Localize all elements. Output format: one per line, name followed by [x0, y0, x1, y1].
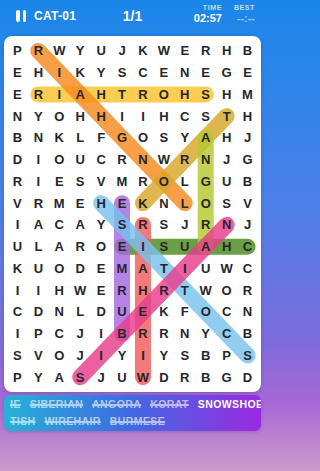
grid-cell-r11c12[interactable]: C	[237, 258, 258, 280]
grid-cell-r15c6[interactable]: Y	[112, 345, 133, 367]
grid-cell-r2c4[interactable]: K	[70, 62, 91, 84]
grid-cell-r2c5[interactable]: Y	[91, 62, 112, 84]
grid-cell-r16c2[interactable]: Y	[28, 366, 49, 388]
grid-cell-r13c2[interactable]: D	[28, 301, 49, 323]
grid-cell-r5c7[interactable]: O	[132, 127, 153, 149]
grid-cell-r12c4[interactable]: W	[70, 279, 91, 301]
grid-cell-r10c7[interactable]: I	[132, 236, 153, 258]
grid-cell-r14c12[interactable]: B	[237, 323, 258, 345]
grid-cell-r13c9[interactable]: F	[174, 301, 195, 323]
grid-cell-r2c7[interactable]: C	[132, 62, 153, 84]
grid-cell-r3c11[interactable]: H	[216, 84, 237, 106]
grid-cell-r6c5[interactable]: C	[91, 149, 112, 171]
grid-cell-r7c11[interactable]: U	[216, 171, 237, 193]
grid-cell-r10c3[interactable]: A	[49, 236, 70, 258]
grid-cell-r7c5[interactable]: V	[91, 171, 112, 193]
grid-cell-r4c12[interactable]: H	[237, 105, 258, 127]
grid-cell-r10c6[interactable]: E	[112, 236, 133, 258]
word-item-angora: ANGORA	[92, 398, 141, 410]
grid-cell-r5c12[interactable]: J	[237, 127, 258, 149]
time-label: TIME	[194, 4, 222, 11]
grid-cell-r7c6[interactable]: M	[112, 171, 133, 193]
grid-cell-r5c10[interactable]: A	[195, 127, 216, 149]
grid-cell-r5c6[interactable]: G	[112, 127, 133, 149]
grid-cell-r8c6[interactable]: E	[112, 192, 133, 214]
grid-cell-r10c11[interactable]: H	[216, 236, 237, 258]
word-item-wirehair: WIREHAIR	[45, 415, 101, 427]
grid-cell-r2c1[interactable]: E	[7, 62, 28, 84]
grid-cell-r4c11[interactable]: T	[216, 105, 237, 127]
grid-cell-r6c10[interactable]: N	[195, 149, 216, 171]
grid-cell-r8c11[interactable]: S	[216, 192, 237, 214]
grid-cell-r9c7[interactable]: R	[132, 214, 153, 236]
grid-cell-r8c3[interactable]: M	[49, 192, 70, 214]
grid-cell-r4c7[interactable]: I	[132, 105, 153, 127]
grid-cell-r12c3[interactable]: H	[49, 279, 70, 301]
grid-cell-r9c2[interactable]: A	[28, 214, 49, 236]
grid-cell-r10c1[interactable]: U	[7, 236, 28, 258]
grid-cell-r14c10[interactable]: Y	[195, 323, 216, 345]
word-item-korat: KORAT	[150, 398, 189, 410]
grid-cell-r14c1[interactable]: I	[7, 323, 28, 345]
grid-cell-r13c4[interactable]: L	[70, 301, 91, 323]
word-search-board: PRWYUJKWERHBEHIKYSCENEGEERIAHTROHSHMNYOH…	[4, 36, 261, 392]
grid-cell-r15c10[interactable]: B	[195, 345, 216, 367]
grid-cell-r3c3[interactable]: I	[49, 84, 70, 106]
grid-cell-r2c6[interactable]: S	[112, 62, 133, 84]
grid-cell-r15c8[interactable]: Y	[153, 345, 174, 367]
best-label: BEST	[234, 4, 255, 11]
grid-cell-r4c1[interactable]: N	[7, 105, 28, 127]
grid-cell-r3c6[interactable]: T	[112, 84, 133, 106]
grid-cell-r8c12[interactable]: V	[237, 192, 258, 214]
grid-cell-r7c7[interactable]: R	[132, 171, 153, 193]
grid-cell-r14c4[interactable]: J	[70, 323, 91, 345]
grid-cell-r9c3[interactable]: C	[49, 214, 70, 236]
grid-cell-r13c6[interactable]: U	[112, 301, 133, 323]
grid-cell-r7c12[interactable]: B	[237, 171, 258, 193]
grid-cell-r7c2[interactable]: I	[28, 171, 49, 193]
grid-cell-r2c8[interactable]: E	[153, 62, 174, 84]
word-item-tish: TISH	[10, 415, 36, 427]
grid-cell-r10c9[interactable]: U	[174, 236, 195, 258]
grid-cell-r8c2[interactable]: R	[28, 192, 49, 214]
grid-cell-r13c7[interactable]: E	[132, 301, 153, 323]
grid-cell-r10c5[interactable]: O	[91, 236, 112, 258]
grid-cell-r6c1[interactable]: D	[7, 149, 28, 171]
grid-cell-r9c11[interactable]: N	[216, 214, 237, 236]
grid-cell-r9c9[interactable]: J	[174, 214, 195, 236]
grid-cell-r8c8[interactable]: N	[153, 192, 174, 214]
grid-cell-r12c6[interactable]: R	[112, 279, 133, 301]
grid-cell-r9c5[interactable]: Y	[91, 214, 112, 236]
grid-cell-r15c1[interactable]: S	[7, 345, 28, 367]
best-stat: BEST --:--	[234, 4, 255, 24]
grid-cell-r11c5[interactable]: E	[91, 258, 112, 280]
grid-cell-r11c11[interactable]: W	[216, 258, 237, 280]
grid-cell-r11c9[interactable]: I	[174, 258, 195, 280]
grid-cell-r3c10[interactable]: S	[195, 84, 216, 106]
top-bar: CAT-01 1/1 TIME 02:57 BEST --:--	[0, 0, 265, 32]
grid-cell-r3c9[interactable]: H	[174, 84, 195, 106]
grid-cell-r12c8[interactable]: R	[153, 279, 174, 301]
grid-cell-r3c5[interactable]: H	[91, 84, 112, 106]
grid-cell-r4c5[interactable]: H	[91, 105, 112, 127]
grid-cell-r2c3[interactable]: I	[49, 62, 70, 84]
grid-cell-r14c11[interactable]: C	[216, 323, 237, 345]
grid-cell-r6c6[interactable]: R	[112, 149, 133, 171]
grid-cell-r12c11[interactable]: O	[216, 279, 237, 301]
grid-cell-r8c1[interactable]: V	[7, 192, 28, 214]
grid-cell-r1c10[interactable]: R	[195, 40, 216, 62]
grid-cell-r12c2[interactable]: I	[28, 279, 49, 301]
grid-cell-r3c7[interactable]: R	[132, 84, 153, 106]
grid-cell-r5c5[interactable]: F	[91, 127, 112, 149]
letter-grid[interactable]: PRWYUJKWERHBEHIKYSCENEGEERIAHTROHSHMNYOH…	[7, 40, 258, 388]
word-list-panel[interactable]: IESIBERIANANGORAKORATSNOWSHOE TISHWIREHA…	[4, 395, 261, 431]
grid-cell-r12c12[interactable]: R	[237, 279, 258, 301]
grid-cell-r11c1[interactable]: K	[7, 258, 28, 280]
grid-cell-r9c10[interactable]: R	[195, 214, 216, 236]
grid-cell-r14c8[interactable]: R	[153, 323, 174, 345]
grid-cell-r5c4[interactable]: L	[70, 127, 91, 149]
grid-cell-r1c8[interactable]: W	[153, 40, 174, 62]
grid-cell-r16c11[interactable]: G	[216, 366, 237, 388]
grid-cell-r6c2[interactable]: I	[28, 149, 49, 171]
grid-cell-r15c11[interactable]: P	[216, 345, 237, 367]
grid-cell-r14c3[interactable]: C	[49, 323, 70, 345]
grid-cell-r12c5[interactable]: E	[91, 279, 112, 301]
grid-cell-r3c12[interactable]: M	[237, 84, 258, 106]
grid-cell-r14c6[interactable]: B	[112, 323, 133, 345]
grid-cell-r4c10[interactable]: S	[195, 105, 216, 127]
word-list-line-2: TISHWIREHAIRBURMESE	[4, 412, 261, 429]
grid-cell-r4c4[interactable]: H	[70, 105, 91, 127]
grid-cell-r15c7[interactable]: I	[132, 345, 153, 367]
word-list-line-1: IESIBERIANANGORAKORATSNOWSHOE	[4, 395, 261, 412]
grid-cell-r6c8[interactable]: W	[153, 149, 174, 171]
grid-cell-r14c9[interactable]: N	[174, 323, 195, 345]
grid-cell-r2c2[interactable]: H	[28, 62, 49, 84]
grid-cell-r6c11[interactable]: J	[216, 149, 237, 171]
word-item-snowshoe: SNOWSHOE	[198, 398, 261, 410]
grid-cell-r12c9[interactable]: T	[174, 279, 195, 301]
grid-cell-r12c10[interactable]: W	[195, 279, 216, 301]
grid-cell-r16c9[interactable]: R	[174, 366, 195, 388]
grid-cell-r5c1[interactable]: B	[7, 127, 28, 149]
grid-cell-r2c9[interactable]: N	[174, 62, 195, 84]
grid-cell-r3c8[interactable]: O	[153, 84, 174, 106]
grid-cell-r4c6[interactable]: I	[112, 105, 133, 127]
grid-cell-r1c7[interactable]: K	[132, 40, 153, 62]
grid-cell-r6c4[interactable]: U	[70, 149, 91, 171]
grid-cell-r10c10[interactable]: A	[195, 236, 216, 258]
grid-cell-r15c2[interactable]: V	[28, 345, 49, 367]
grid-cell-r8c7[interactable]: K	[132, 192, 153, 214]
grid-cell-r13c5[interactable]: D	[91, 301, 112, 323]
grid-cell-r4c8[interactable]: H	[153, 105, 174, 127]
grid-cell-r11c7[interactable]: A	[132, 258, 153, 280]
grid-cell-r8c10[interactable]: O	[195, 192, 216, 214]
grid-cell-r15c12[interactable]: S	[237, 345, 258, 367]
grid-cell-r16c4[interactable]: S	[70, 366, 91, 388]
grid-cell-r4c9[interactable]: C	[174, 105, 195, 127]
grid-cell-r9c6[interactable]: S	[112, 214, 133, 236]
grid-cell-r1c12[interactable]: B	[237, 40, 258, 62]
grid-cell-r5c3[interactable]: K	[49, 127, 70, 149]
grid-cell-r11c4[interactable]: D	[70, 258, 91, 280]
grid-cell-r14c5[interactable]: I	[91, 323, 112, 345]
grid-cell-r11c10[interactable]: U	[195, 258, 216, 280]
grid-cell-r9c8[interactable]: S	[153, 214, 174, 236]
grid-cell-r10c4[interactable]: R	[70, 236, 91, 258]
grid-cell-r7c1[interactable]: R	[7, 171, 28, 193]
grid-cell-r16c7[interactable]: W	[132, 366, 153, 388]
grid-cell-r1c5[interactable]: U	[91, 40, 112, 62]
grid-cell-r12c1[interactable]: I	[7, 279, 28, 301]
grid-cell-r7c8[interactable]: O	[153, 171, 174, 193]
grid-cell-r10c8[interactable]: S	[153, 236, 174, 258]
grid-cell-r16c12[interactable]: D	[237, 366, 258, 388]
grid-cell-r9c1[interactable]: I	[7, 214, 28, 236]
grid-cell-r4c2[interactable]: Y	[28, 105, 49, 127]
word-item-siberian: SIBERIAN	[30, 398, 83, 410]
grid-cell-r1c1[interactable]: P	[7, 40, 28, 62]
word-item-burmese: BURMESE	[110, 415, 165, 427]
grid-cell-r13c8[interactable]: K	[153, 301, 174, 323]
time-stat: TIME 02:57	[194, 4, 222, 24]
grid-cell-r2c10[interactable]: E	[195, 62, 216, 84]
grid-cell-r6c12[interactable]: G	[237, 149, 258, 171]
grid-cell-r14c7[interactable]: R	[132, 323, 153, 345]
grid-cell-r11c3[interactable]: O	[49, 258, 70, 280]
grid-cell-r5c11[interactable]: H	[216, 127, 237, 149]
grid-cell-r1c3[interactable]: W	[49, 40, 70, 62]
grid-cell-r13c3[interactable]: N	[49, 301, 70, 323]
grid-cell-r2c11[interactable]: G	[216, 62, 237, 84]
grid-cell-r3c4[interactable]: A	[70, 84, 91, 106]
time-value: 02:57	[194, 12, 222, 24]
grid-cell-r16c10[interactable]: B	[195, 366, 216, 388]
grid-cell-r16c8[interactable]: D	[153, 366, 174, 388]
grid-cell-r13c10[interactable]: O	[195, 301, 216, 323]
grid-cell-r12c7[interactable]: H	[132, 279, 153, 301]
grid-cell-r15c5[interactable]: I	[91, 345, 112, 367]
grid-cell-r3c1[interactable]: E	[7, 84, 28, 106]
grid-cell-r6c9[interactable]: R	[174, 149, 195, 171]
grid-cell-r16c1[interactable]: P	[7, 366, 28, 388]
grid-cell-r5c9[interactable]: Y	[174, 127, 195, 149]
grid-cell-r8c5[interactable]: H	[91, 192, 112, 214]
grid-cell-r8c9[interactable]: L	[174, 192, 195, 214]
grid-cell-r1c4[interactable]: Y	[70, 40, 91, 62]
grid-cell-r7c4[interactable]: S	[70, 171, 91, 193]
grid-cell-r11c2[interactable]: U	[28, 258, 49, 280]
grid-cell-r8c4[interactable]: E	[70, 192, 91, 214]
grid-cell-r15c3[interactable]: O	[49, 345, 70, 367]
grid-cell-r11c6[interactable]: M	[112, 258, 133, 280]
grid-cell-r5c8[interactable]: S	[153, 127, 174, 149]
grid-cell-r9c4[interactable]: A	[70, 214, 91, 236]
grid-cell-r16c5[interactable]: J	[91, 366, 112, 388]
grid-cell-r15c4[interactable]: J	[70, 345, 91, 367]
grid-cell-r4c3[interactable]: O	[49, 105, 70, 127]
grid-cell-r1c11[interactable]: H	[216, 40, 237, 62]
grid-cell-r1c2[interactable]: R	[28, 40, 49, 62]
grid-cell-r16c3[interactable]: A	[49, 366, 70, 388]
grid-cell-r5c2[interactable]: N	[28, 127, 49, 149]
grid-cell-r2c12[interactable]: E	[237, 62, 258, 84]
grid-cell-r1c9[interactable]: E	[174, 40, 195, 62]
grid-cell-r16c6[interactable]: U	[112, 366, 133, 388]
grid-cell-r7c3[interactable]: E	[49, 171, 70, 193]
grid-cell-r6c3[interactable]: O	[49, 149, 70, 171]
grid-cell-r1c6[interactable]: J	[112, 40, 133, 62]
grid-cell-r15c9[interactable]: S	[174, 345, 195, 367]
grid-cell-r13c11[interactable]: C	[216, 301, 237, 323]
grid-cell-r14c2[interactable]: P	[28, 323, 49, 345]
grid-cell-r3c2[interactable]: R	[28, 84, 49, 106]
grid-cell-r9c12[interactable]: J	[237, 214, 258, 236]
grid-cell-r13c12[interactable]: N	[237, 301, 258, 323]
best-value: --:--	[234, 12, 255, 24]
grid-cell-r7c9[interactable]: L	[174, 171, 195, 193]
grid-cell-r7c10[interactable]: G	[195, 171, 216, 193]
grid-cell-r10c2[interactable]: L	[28, 236, 49, 258]
grid-cell-r11c8[interactable]: T	[153, 258, 174, 280]
grid-cell-r13c1[interactable]: C	[7, 301, 28, 323]
word-item-ie: IE	[10, 398, 21, 410]
grid-cell-r6c7[interactable]: N	[132, 149, 153, 171]
stats-block: TIME 02:57 BEST --:--	[194, 4, 255, 24]
grid-cell-r10c12[interactable]: C	[237, 236, 258, 258]
